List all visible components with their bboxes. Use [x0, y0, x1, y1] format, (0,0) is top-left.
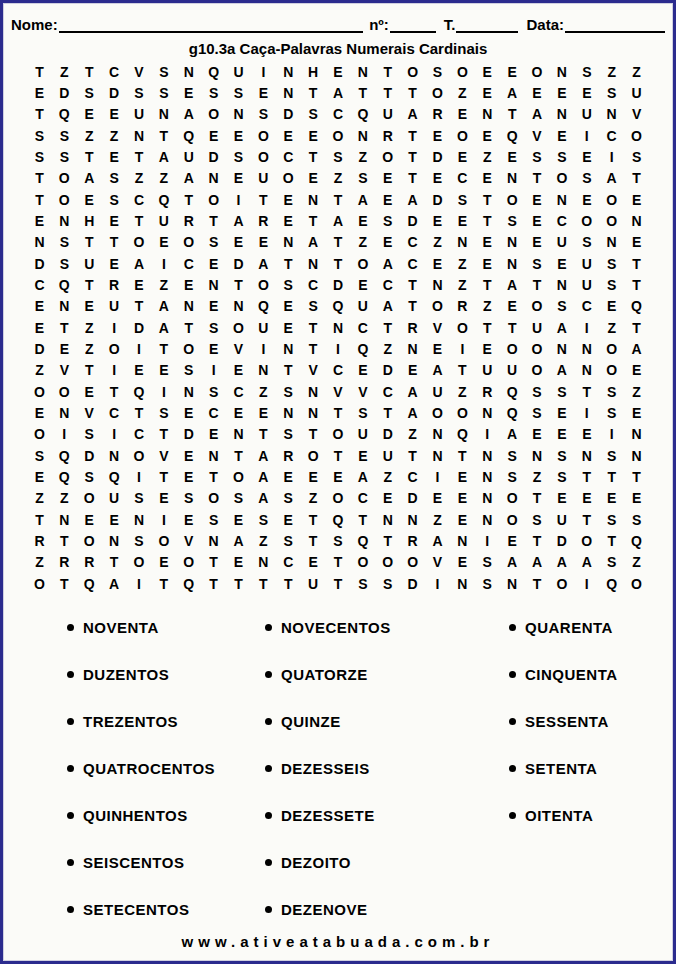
grid-cell-r3c16[interactable]: A — [400, 104, 425, 125]
grid-cell-r16c11[interactable]: S — [276, 381, 301, 402]
grid-cell-r13c9[interactable]: O — [226, 317, 251, 338]
grid-cell-r4c21[interactable]: V — [525, 125, 550, 146]
grid-cell-r2c4[interactable]: D — [102, 83, 127, 104]
grid-cell-r3c3[interactable]: E — [77, 104, 102, 125]
grid-cell-r25c2[interactable]: T — [52, 573, 77, 594]
grid-cell-r7c18[interactable]: S — [450, 189, 475, 210]
grid-cell-r22c9[interactable]: E — [226, 509, 251, 530]
grid-cell-r25c21[interactable]: T — [525, 573, 550, 594]
grid-cell-r4c2[interactable]: S — [52, 125, 77, 146]
grid-cell-r5c22[interactable]: S — [549, 146, 574, 167]
grid-cell-r19c4[interactable]: N — [102, 445, 127, 466]
grid-cell-r20c16[interactable]: C — [400, 466, 425, 487]
grid-cell-r4c14[interactable]: N — [350, 125, 375, 146]
grid-cell-r4c9[interactable]: E — [226, 125, 251, 146]
grid-cell-r22c15[interactable]: N — [375, 509, 400, 530]
grid-cell-r13c22[interactable]: A — [549, 317, 574, 338]
grid-cell-r7c20[interactable]: O — [500, 189, 525, 210]
grid-cell-r7c1[interactable]: T — [27, 189, 52, 210]
grid-cell-r15c24[interactable]: O — [599, 360, 624, 381]
grid-cell-r18c3[interactable]: S — [77, 424, 102, 445]
grid-cell-r22c20[interactable]: O — [500, 509, 525, 530]
grid-cell-r7c8[interactable]: O — [201, 189, 226, 210]
grid-cell-r7c4[interactable]: S — [102, 189, 127, 210]
grid-cell-r25c10[interactable]: T — [251, 573, 276, 594]
grid-cell-r4c25[interactable]: O — [624, 125, 649, 146]
grid-cell-r6c19[interactable]: E — [475, 168, 500, 189]
grid-cell-r14c14[interactable]: Q — [350, 338, 375, 359]
grid-cell-r4c15[interactable]: R — [375, 125, 400, 146]
grid-cell-r16c20[interactable]: Q — [500, 381, 525, 402]
grid-cell-r17c9[interactable]: E — [226, 402, 251, 423]
grid-cell-r2c5[interactable]: S — [127, 83, 152, 104]
grid-cell-r6c20[interactable]: N — [500, 168, 525, 189]
grid-cell-r1c9[interactable]: U — [226, 61, 251, 82]
grid-cell-r6c16[interactable]: T — [400, 168, 425, 189]
grid-cell-r23c10[interactable]: Z — [251, 530, 276, 551]
grid-cell-r5c1[interactable]: S — [27, 146, 52, 167]
grid-cell-r25c11[interactable]: T — [276, 573, 301, 594]
grid-cell-r14c6[interactable]: T — [151, 338, 176, 359]
grid-cell-r12c11[interactable]: E — [276, 296, 301, 317]
grid-cell-r14c23[interactable]: N — [574, 338, 599, 359]
grid-cell-r1c19[interactable]: E — [475, 61, 500, 82]
grid-cell-r8c12[interactable]: T — [301, 210, 326, 231]
grid-cell-r3c20[interactable]: T — [500, 104, 525, 125]
grid-cell-r21c17[interactable]: E — [425, 488, 450, 509]
grid-cell-r10c13[interactable]: T — [326, 253, 351, 274]
grid-cell-r6c24[interactable]: A — [599, 168, 624, 189]
grid-cell-r15c1[interactable]: Z — [27, 360, 52, 381]
grid-cell-r24c11[interactable]: C — [276, 552, 301, 573]
grid-cell-r11c2[interactable]: Q — [52, 274, 77, 295]
grid-cell-r18c10[interactable]: T — [251, 424, 276, 445]
grid-cell-r15c9[interactable]: E — [226, 360, 251, 381]
grid-cell-r11c12[interactable]: C — [301, 274, 326, 295]
grid-cell-r15c10[interactable]: N — [251, 360, 276, 381]
grid-cell-r7c17[interactable]: D — [425, 189, 450, 210]
grid-cell-r20c17[interactable]: I — [425, 466, 450, 487]
grid-cell-r7c6[interactable]: Q — [151, 189, 176, 210]
grid-cell-r16c7[interactable]: N — [176, 381, 201, 402]
grid-cell-r21c19[interactable]: N — [475, 488, 500, 509]
grid-cell-r5c21[interactable]: S — [525, 146, 550, 167]
grid-cell-r18c23[interactable]: E — [574, 424, 599, 445]
grid-cell-r11c19[interactable]: T — [475, 274, 500, 295]
grid-cell-r11c9[interactable]: T — [226, 274, 251, 295]
grid-cell-r24c7[interactable]: O — [176, 552, 201, 573]
grid-cell-r8c13[interactable]: A — [326, 210, 351, 231]
grid-cell-r17c14[interactable]: S — [350, 402, 375, 423]
grid-cell-r10c12[interactable]: N — [301, 253, 326, 274]
grid-cell-r1c17[interactable]: S — [425, 61, 450, 82]
grid-cell-r8c2[interactable]: N — [52, 210, 77, 231]
grid-cell-r25c15[interactable]: S — [375, 573, 400, 594]
grid-cell-r19c15[interactable]: U — [375, 445, 400, 466]
grid-cell-r23c15[interactable]: T — [375, 530, 400, 551]
grid-cell-r19c7[interactable]: E — [176, 445, 201, 466]
grid-cell-r16c4[interactable]: T — [102, 381, 127, 402]
grid-cell-r16c13[interactable]: V — [326, 381, 351, 402]
grid-cell-r2c20[interactable]: A — [500, 83, 525, 104]
grid-cell-r11c3[interactable]: T — [77, 274, 102, 295]
grid-cell-r19c19[interactable]: N — [475, 445, 500, 466]
grid-cell-r9c6[interactable]: E — [151, 232, 176, 253]
grid-cell-r23c2[interactable]: T — [52, 530, 77, 551]
grid-cell-r24c9[interactable]: E — [226, 552, 251, 573]
grid-cell-r10c11[interactable]: T — [276, 253, 301, 274]
grid-cell-r12c10[interactable]: Q — [251, 296, 276, 317]
grid-cell-r13c14[interactable]: C — [350, 317, 375, 338]
grid-cell-r1c20[interactable]: E — [500, 61, 525, 82]
nome-input-line[interactable] — [59, 17, 364, 33]
grid-cell-r25c7[interactable]: Q — [176, 573, 201, 594]
grid-cell-r12c13[interactable]: Q — [326, 296, 351, 317]
grid-cell-r12c12[interactable]: S — [301, 296, 326, 317]
grid-cell-r8c9[interactable]: A — [226, 210, 251, 231]
grid-cell-r13c8[interactable]: S — [201, 317, 226, 338]
grid-cell-r14c21[interactable]: O — [525, 338, 550, 359]
grid-cell-r20c9[interactable]: O — [226, 466, 251, 487]
grid-cell-r23c5[interactable]: S — [127, 530, 152, 551]
grid-cell-r14c4[interactable]: O — [102, 338, 127, 359]
grid-cell-r5c24[interactable]: I — [599, 146, 624, 167]
grid-cell-r20c25[interactable]: T — [624, 466, 649, 487]
grid-cell-r20c1[interactable]: E — [27, 466, 52, 487]
grid-cell-r17c24[interactable]: S — [599, 402, 624, 423]
grid-cell-r3c19[interactable]: N — [475, 104, 500, 125]
grid-cell-r4c11[interactable]: E — [276, 125, 301, 146]
grid-cell-r17c2[interactable]: N — [52, 402, 77, 423]
grid-cell-r10c17[interactable]: E — [425, 253, 450, 274]
grid-cell-r12c22[interactable]: S — [549, 296, 574, 317]
grid-cell-r6c4[interactable]: S — [102, 168, 127, 189]
grid-cell-r20c10[interactable]: A — [251, 466, 276, 487]
grid-cell-r22c24[interactable]: S — [599, 509, 624, 530]
grid-cell-r23c24[interactable]: T — [599, 530, 624, 551]
grid-cell-r24c21[interactable]: A — [525, 552, 550, 573]
grid-cell-r18c16[interactable]: Z — [400, 424, 425, 445]
grid-cell-r23c18[interactable]: N — [450, 530, 475, 551]
grid-cell-r5c5[interactable]: T — [127, 146, 152, 167]
grid-cell-r7c19[interactable]: T — [475, 189, 500, 210]
grid-cell-r11c10[interactable]: O — [251, 274, 276, 295]
grid-cell-r24c3[interactable]: R — [77, 552, 102, 573]
grid-cell-r17c17[interactable]: O — [425, 402, 450, 423]
grid-cell-r13c15[interactable]: T — [375, 317, 400, 338]
grid-cell-r25c16[interactable]: D — [400, 573, 425, 594]
grid-cell-r7c10[interactable]: T — [251, 189, 276, 210]
grid-cell-r11c4[interactable]: R — [102, 274, 127, 295]
grid-cell-r3c2[interactable]: Q — [52, 104, 77, 125]
grid-cell-r2c6[interactable]: S — [151, 83, 176, 104]
grid-cell-r16c1[interactable]: O — [27, 381, 52, 402]
grid-cell-r6c13[interactable]: Z — [326, 168, 351, 189]
grid-cell-r24c24[interactable]: S — [599, 552, 624, 573]
grid-cell-r2c3[interactable]: S — [77, 83, 102, 104]
grid-cell-r14c10[interactable]: I — [251, 338, 276, 359]
grid-cell-r13c19[interactable]: T — [475, 317, 500, 338]
grid-cell-r11c1[interactable]: C — [27, 274, 52, 295]
grid-cell-r3c6[interactable]: N — [151, 104, 176, 125]
grid-cell-r1c4[interactable]: C — [102, 61, 127, 82]
grid-cell-r10c7[interactable]: C — [176, 253, 201, 274]
grid-cell-r11c20[interactable]: A — [500, 274, 525, 295]
grid-cell-r14c8[interactable]: E — [201, 338, 226, 359]
grid-cell-r19c5[interactable]: O — [127, 445, 152, 466]
grid-cell-r21c20[interactable]: O — [500, 488, 525, 509]
grid-cell-r18c25[interactable]: N — [624, 424, 649, 445]
grid-cell-r3c1[interactable]: T — [27, 104, 52, 125]
grid-cell-r16c5[interactable]: Q — [127, 381, 152, 402]
grid-cell-r9c25[interactable]: E — [624, 232, 649, 253]
grid-cell-r21c22[interactable]: E — [549, 488, 574, 509]
grid-cell-r9c16[interactable]: C — [400, 232, 425, 253]
grid-cell-r15c6[interactable]: E — [151, 360, 176, 381]
grid-cell-r22c12[interactable]: T — [301, 509, 326, 530]
grid-cell-r25c12[interactable]: U — [301, 573, 326, 594]
grid-cell-r22c6[interactable]: I — [151, 509, 176, 530]
grid-cell-r18c22[interactable]: E — [549, 424, 574, 445]
grid-cell-r22c14[interactable]: T — [350, 509, 375, 530]
grid-cell-r6c17[interactable]: E — [425, 168, 450, 189]
grid-cell-r9c17[interactable]: Z — [425, 232, 450, 253]
grid-cell-r23c4[interactable]: N — [102, 530, 127, 551]
grid-cell-r4c6[interactable]: T — [151, 125, 176, 146]
grid-cell-r19c10[interactable]: A — [251, 445, 276, 466]
grid-cell-r25c19[interactable]: S — [475, 573, 500, 594]
grid-cell-r2c11[interactable]: N — [276, 83, 301, 104]
grid-cell-r6c14[interactable]: S — [350, 168, 375, 189]
grid-cell-r13c11[interactable]: E — [276, 317, 301, 338]
grid-cell-r4c4[interactable]: Z — [102, 125, 127, 146]
grid-cell-r16c24[interactable]: S — [599, 381, 624, 402]
grid-cell-r6c8[interactable]: N — [201, 168, 226, 189]
grid-cell-r25c1[interactable]: O — [27, 573, 52, 594]
grid-cell-r9c3[interactable]: T — [77, 232, 102, 253]
grid-cell-r2c24[interactable]: S — [599, 83, 624, 104]
grid-cell-r14c18[interactable]: I — [450, 338, 475, 359]
grid-cell-r9c22[interactable]: U — [549, 232, 574, 253]
grid-cell-r5c3[interactable]: T — [77, 146, 102, 167]
grid-cell-r1c10[interactable]: I — [251, 61, 276, 82]
grid-cell-r11c5[interactable]: E — [127, 274, 152, 295]
grid-cell-r21c1[interactable]: Z — [27, 488, 52, 509]
grid-cell-r16c6[interactable]: I — [151, 381, 176, 402]
grid-cell-r1c14[interactable]: N — [350, 61, 375, 82]
numero-input-line[interactable] — [390, 17, 436, 33]
grid-cell-r18c13[interactable]: O — [326, 424, 351, 445]
grid-cell-r18c9[interactable]: N — [226, 424, 251, 445]
grid-cell-r13c21[interactable]: U — [525, 317, 550, 338]
grid-cell-r16c3[interactable]: E — [77, 381, 102, 402]
grid-cell-r5c19[interactable]: Z — [475, 146, 500, 167]
grid-cell-r17c8[interactable]: C — [201, 402, 226, 423]
grid-cell-r17c18[interactable]: O — [450, 402, 475, 423]
grid-cell-r2c13[interactable]: A — [326, 83, 351, 104]
grid-cell-r16c23[interactable]: T — [574, 381, 599, 402]
grid-cell-r3c21[interactable]: A — [525, 104, 550, 125]
grid-cell-r25c14[interactable]: S — [350, 573, 375, 594]
grid-cell-r7c21[interactable]: E — [525, 189, 550, 210]
grid-cell-r20c15[interactable]: Z — [375, 466, 400, 487]
grid-cell-r25c20[interactable]: N — [500, 573, 525, 594]
grid-cell-r3c22[interactable]: N — [549, 104, 574, 125]
grid-cell-r23c6[interactable]: O — [151, 530, 176, 551]
grid-cell-r9c5[interactable]: O — [127, 232, 152, 253]
grid-cell-r21c12[interactable]: Z — [301, 488, 326, 509]
grid-cell-r22c11[interactable]: E — [276, 509, 301, 530]
grid-cell-r25c13[interactable]: T — [326, 573, 351, 594]
grid-cell-r12c4[interactable]: U — [102, 296, 127, 317]
grid-cell-r1c6[interactable]: S — [151, 61, 176, 82]
grid-cell-r21c10[interactable]: A — [251, 488, 276, 509]
grid-cell-r5c7[interactable]: U — [176, 146, 201, 167]
grid-cell-r1c13[interactable]: E — [326, 61, 351, 82]
grid-cell-r17c25[interactable]: E — [624, 402, 649, 423]
grid-cell-r6c23[interactable]: S — [574, 168, 599, 189]
grid-cell-r19c12[interactable]: O — [301, 445, 326, 466]
grid-cell-r2c10[interactable]: E — [251, 83, 276, 104]
grid-cell-r6c3[interactable]: A — [77, 168, 102, 189]
grid-cell-r13c24[interactable]: Z — [599, 317, 624, 338]
grid-cell-r13c13[interactable]: N — [326, 317, 351, 338]
grid-cell-r15c4[interactable]: I — [102, 360, 127, 381]
grid-cell-r22c19[interactable]: N — [475, 509, 500, 530]
grid-cell-r1c21[interactable]: O — [525, 61, 550, 82]
grid-cell-r8c7[interactable]: R — [176, 210, 201, 231]
grid-cell-r19c17[interactable]: N — [425, 445, 450, 466]
grid-cell-r13c17[interactable]: V — [425, 317, 450, 338]
grid-cell-r17c5[interactable]: T — [127, 402, 152, 423]
grid-cell-r12c24[interactable]: E — [599, 296, 624, 317]
grid-cell-r16c10[interactable]: Z — [251, 381, 276, 402]
grid-cell-r18c18[interactable]: Q — [450, 424, 475, 445]
grid-cell-r2c7[interactable]: E — [176, 83, 201, 104]
grid-cell-r12c18[interactable]: R — [450, 296, 475, 317]
grid-cell-r16c19[interactable]: R — [475, 381, 500, 402]
grid-cell-r18c7[interactable]: D — [176, 424, 201, 445]
grid-cell-r14c15[interactable]: Z — [375, 338, 400, 359]
grid-cell-r19c13[interactable]: T — [326, 445, 351, 466]
grid-cell-r4c8[interactable]: E — [201, 125, 226, 146]
grid-cell-r17c23[interactable]: I — [574, 402, 599, 423]
grid-cell-r7c23[interactable]: E — [574, 189, 599, 210]
grid-cell-r23c17[interactable]: A — [425, 530, 450, 551]
grid-cell-r12c2[interactable]: N — [52, 296, 77, 317]
grid-cell-r6c10[interactable]: U — [251, 168, 276, 189]
grid-cell-r7c9[interactable]: I — [226, 189, 251, 210]
grid-cell-r5c6[interactable]: A — [151, 146, 176, 167]
grid-cell-r22c5[interactable]: N — [127, 509, 152, 530]
grid-cell-r13c10[interactable]: U — [251, 317, 276, 338]
grid-cell-r15c5[interactable]: E — [127, 360, 152, 381]
grid-cell-r10c3[interactable]: U — [77, 253, 102, 274]
grid-cell-r15c11[interactable]: T — [276, 360, 301, 381]
grid-cell-r5c18[interactable]: E — [450, 146, 475, 167]
grid-cell-r19c9[interactable]: T — [226, 445, 251, 466]
grid-cell-r15c17[interactable]: A — [425, 360, 450, 381]
grid-cell-r22c25[interactable]: S — [624, 509, 649, 530]
grid-cell-r22c10[interactable]: S — [251, 509, 276, 530]
grid-cell-r1c25[interactable]: Z — [624, 61, 649, 82]
grid-cell-r11c17[interactable]: N — [425, 274, 450, 295]
grid-cell-r3c15[interactable]: U — [375, 104, 400, 125]
grid-cell-r23c23[interactable]: O — [574, 530, 599, 551]
grid-cell-r14c20[interactable]: O — [500, 338, 525, 359]
grid-cell-r22c3[interactable]: E — [77, 509, 102, 530]
grid-cell-r25c6[interactable]: T — [151, 573, 176, 594]
grid-cell-r11c7[interactable]: E — [176, 274, 201, 295]
grid-cell-r18c15[interactable]: D — [375, 424, 400, 445]
grid-cell-r21c25[interactable]: E — [624, 488, 649, 509]
grid-cell-r16c21[interactable]: S — [525, 381, 550, 402]
grid-cell-r17c13[interactable]: T — [326, 402, 351, 423]
grid-cell-r20c21[interactable]: Z — [525, 466, 550, 487]
grid-cell-r7c13[interactable]: T — [326, 189, 351, 210]
grid-cell-r7c12[interactable]: N — [301, 189, 326, 210]
grid-cell-r2c14[interactable]: T — [350, 83, 375, 104]
grid-cell-r25c8[interactable]: T — [201, 573, 226, 594]
grid-cell-r22c13[interactable]: Q — [326, 509, 351, 530]
grid-cell-r21c24[interactable]: E — [599, 488, 624, 509]
grid-cell-r9c15[interactable]: E — [375, 232, 400, 253]
grid-cell-r2c8[interactable]: S — [201, 83, 226, 104]
grid-cell-r1c15[interactable]: T — [375, 61, 400, 82]
grid-cell-r2c22[interactable]: E — [549, 83, 574, 104]
grid-cell-r18c6[interactable]: T — [151, 424, 176, 445]
grid-cell-r20c20[interactable]: S — [500, 466, 525, 487]
grid-cell-r22c23[interactable]: T — [574, 509, 599, 530]
grid-cell-r12c17[interactable]: O — [425, 296, 450, 317]
grid-cell-r15c3[interactable]: T — [77, 360, 102, 381]
grid-cell-r1c3[interactable]: T — [77, 61, 102, 82]
grid-cell-r14c16[interactable]: N — [400, 338, 425, 359]
grid-cell-r5c10[interactable]: O — [251, 146, 276, 167]
grid-cell-r9c2[interactable]: S — [52, 232, 77, 253]
grid-cell-r24c2[interactable]: R — [52, 552, 77, 573]
grid-cell-r25c23[interactable]: I — [574, 573, 599, 594]
grid-cell-r20c11[interactable]: E — [276, 466, 301, 487]
grid-cell-r12c23[interactable]: C — [574, 296, 599, 317]
grid-cell-r3c13[interactable]: C — [326, 104, 351, 125]
grid-cell-r17c4[interactable]: C — [102, 402, 127, 423]
grid-cell-r23c12[interactable]: T — [301, 530, 326, 551]
grid-cell-r21c7[interactable]: S — [176, 488, 201, 509]
grid-cell-r8c24[interactable]: O — [599, 210, 624, 231]
grid-cell-r16c8[interactable]: S — [201, 381, 226, 402]
grid-cell-r2c16[interactable]: T — [400, 83, 425, 104]
grid-cell-r3c5[interactable]: U — [127, 104, 152, 125]
grid-cell-r4c22[interactable]: E — [549, 125, 574, 146]
grid-cell-r24c13[interactable]: T — [326, 552, 351, 573]
grid-cell-r12c7[interactable]: N — [176, 296, 201, 317]
grid-cell-r10c20[interactable]: N — [500, 253, 525, 274]
grid-cell-r13c25[interactable]: T — [624, 317, 649, 338]
grid-cell-r4c20[interactable]: Q — [500, 125, 525, 146]
grid-cell-r21c8[interactable]: O — [201, 488, 226, 509]
grid-cell-r24c17[interactable]: V — [425, 552, 450, 573]
grid-cell-r4c7[interactable]: Q — [176, 125, 201, 146]
grid-cell-r18c21[interactable]: E — [525, 424, 550, 445]
grid-cell-r21c3[interactable]: O — [77, 488, 102, 509]
grid-cell-r5c23[interactable]: E — [574, 146, 599, 167]
grid-cell-r17c10[interactable]: E — [251, 402, 276, 423]
grid-cell-r5c25[interactable]: S — [624, 146, 649, 167]
grid-cell-r13c3[interactable]: Z — [77, 317, 102, 338]
grid-cell-r6c22[interactable]: O — [549, 168, 574, 189]
grid-cell-r18c24[interactable]: I — [599, 424, 624, 445]
